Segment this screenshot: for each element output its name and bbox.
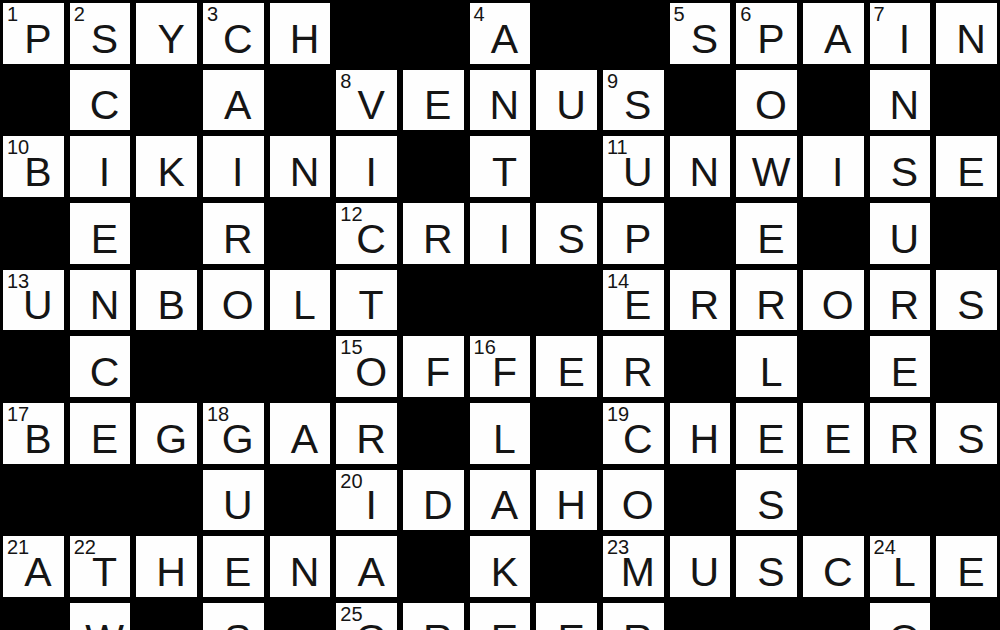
block-cell-r1c7 bbox=[400, 0, 467, 67]
cell-letter: O bbox=[203, 270, 264, 331]
cell-r5c5[interactable]: L bbox=[267, 267, 334, 334]
cell-r1c14[interactable]: 7I bbox=[867, 0, 934, 67]
cell-letter: U bbox=[603, 136, 664, 197]
cell-r1c13[interactable]: A bbox=[800, 0, 867, 67]
cell-r3c10[interactable]: 11U bbox=[600, 133, 667, 200]
cell-letter: N bbox=[470, 70, 531, 131]
cell-r9c14[interactable]: 24L bbox=[867, 533, 934, 600]
cell-r4c6[interactable]: 12C bbox=[333, 200, 400, 267]
block-cell-r10c15 bbox=[933, 600, 1000, 630]
cell-letter: E bbox=[736, 403, 797, 464]
cell-letter: A bbox=[470, 470, 531, 531]
cell-r7c11[interactable]: H bbox=[667, 400, 734, 467]
cell-letter: R bbox=[403, 203, 464, 264]
cell-r5c14[interactable]: R bbox=[867, 267, 934, 334]
cell-r9c10[interactable]: 23M bbox=[600, 533, 667, 600]
block-cell-r4c5 bbox=[267, 200, 334, 267]
cell-r7c14[interactable]: R bbox=[867, 400, 934, 467]
cell-r7c15[interactable]: S bbox=[933, 400, 1000, 467]
cell-r4c14[interactable]: U bbox=[867, 200, 934, 267]
block-cell-r4c15 bbox=[933, 200, 1000, 267]
cell-r2c9[interactable]: U bbox=[533, 67, 600, 134]
cell-r8c6[interactable]: 20I bbox=[333, 467, 400, 534]
cell-letter: R bbox=[603, 603, 664, 630]
cell-letter: C bbox=[603, 403, 664, 464]
cell-letter: E bbox=[70, 203, 131, 264]
cell-r4c7[interactable]: R bbox=[400, 200, 467, 267]
cell-r6c9[interactable]: E bbox=[533, 333, 600, 400]
block-cell-r5c7 bbox=[400, 267, 467, 334]
cell-r9c8[interactable]: K bbox=[467, 533, 534, 600]
cell-r4c9[interactable]: S bbox=[533, 200, 600, 267]
cell-r5c13[interactable]: O bbox=[800, 267, 867, 334]
cell-letter: P bbox=[603, 203, 664, 264]
block-cell-r8c13 bbox=[800, 467, 867, 534]
cell-r7c2[interactable]: E bbox=[67, 400, 134, 467]
block-cell-r4c1 bbox=[0, 200, 67, 267]
cell-r2c10[interactable]: 9S bbox=[600, 67, 667, 134]
cell-r1c4[interactable]: 3C bbox=[200, 0, 267, 67]
cell-letter: C bbox=[70, 336, 131, 397]
block-cell-r10c5 bbox=[267, 600, 334, 630]
cell-r3c8[interactable]: T bbox=[467, 133, 534, 200]
cell-letter: I bbox=[336, 470, 397, 531]
cell-r9c5[interactable]: N bbox=[267, 533, 334, 600]
cell-letter: L bbox=[736, 336, 797, 397]
cell-letter: C bbox=[70, 70, 131, 131]
cell-letter: V bbox=[336, 70, 397, 131]
cell-r6c7[interactable]: F bbox=[400, 333, 467, 400]
block-cell-r6c1 bbox=[0, 333, 67, 400]
cell-letter: R bbox=[870, 403, 931, 464]
cell-r4c12[interactable]: E bbox=[733, 200, 800, 267]
cell-r7c13[interactable]: E bbox=[800, 400, 867, 467]
block-cell-r6c3 bbox=[133, 333, 200, 400]
block-cell-r10c3 bbox=[133, 600, 200, 630]
cell-r2c8[interactable]: N bbox=[467, 67, 534, 134]
cell-r3c14[interactable]: S bbox=[867, 133, 934, 200]
block-cell-r2c11 bbox=[667, 67, 734, 134]
block-cell-r9c7 bbox=[400, 533, 467, 600]
block-cell-r2c15 bbox=[933, 67, 1000, 134]
cell-letter: U bbox=[870, 203, 931, 264]
cell-r3c3[interactable]: K bbox=[133, 133, 200, 200]
cell-letter: S bbox=[736, 536, 797, 597]
cell-r1c8[interactable]: 4A bbox=[467, 0, 534, 67]
cell-r10c9[interactable]: E bbox=[533, 600, 600, 630]
cell-r9c6[interactable]: A bbox=[333, 533, 400, 600]
block-cell-r10c12 bbox=[733, 600, 800, 630]
block-cell-r1c9 bbox=[533, 0, 600, 67]
cell-letter: E bbox=[936, 136, 997, 197]
cell-letter: R bbox=[736, 270, 797, 331]
cell-letter: E bbox=[603, 270, 664, 331]
block-cell-r6c11 bbox=[667, 333, 734, 400]
cell-letter: N bbox=[670, 136, 731, 197]
cell-letter: E bbox=[736, 203, 797, 264]
cell-letter: E bbox=[470, 603, 531, 630]
cell-letter: R bbox=[336, 403, 397, 464]
cell-letter: O bbox=[803, 270, 864, 331]
cell-r4c8[interactable]: I bbox=[467, 200, 534, 267]
cell-letter: C bbox=[803, 536, 864, 597]
cell-r3c12[interactable]: W bbox=[733, 133, 800, 200]
cell-letter: B bbox=[3, 136, 64, 197]
cell-letter: G bbox=[203, 403, 264, 464]
cell-r10c2[interactable]: W bbox=[67, 600, 134, 630]
cell-letter: S bbox=[203, 603, 264, 630]
cell-r7c12[interactable]: E bbox=[733, 400, 800, 467]
cell-r2c6[interactable]: 8V bbox=[333, 67, 400, 134]
cell-letter: R bbox=[203, 203, 264, 264]
cell-r1c5[interactable]: H bbox=[267, 0, 334, 67]
cell-r5c2[interactable]: N bbox=[67, 267, 134, 334]
block-cell-r3c9 bbox=[533, 133, 600, 200]
cell-letter: S bbox=[603, 70, 664, 131]
cell-r6c6[interactable]: 15O bbox=[333, 333, 400, 400]
cell-letter: E bbox=[536, 336, 597, 397]
cell-letter: C bbox=[203, 3, 264, 64]
cell-r4c2[interactable]: E bbox=[67, 200, 134, 267]
cell-letter: U bbox=[203, 470, 264, 531]
cell-r5c4[interactable]: O bbox=[200, 267, 267, 334]
cell-letter: N bbox=[270, 136, 331, 197]
cell-r3c5[interactable]: N bbox=[267, 133, 334, 200]
cell-letter: S bbox=[936, 270, 997, 331]
cell-letter: I bbox=[336, 136, 397, 197]
cell-r9c13[interactable]: C bbox=[800, 533, 867, 600]
cell-letter: U bbox=[3, 270, 64, 331]
cell-r4c4[interactable]: R bbox=[200, 200, 267, 267]
cell-letter: R bbox=[403, 603, 464, 630]
cell-r10c14[interactable]: O bbox=[867, 600, 934, 630]
cell-r8c10[interactable]: O bbox=[600, 467, 667, 534]
crossword-board: 1P2SY3CH4A5S6PA7INCA8VENU9SON10BIKINIT11… bbox=[0, 0, 1000, 630]
cell-r5c3[interactable]: B bbox=[133, 267, 200, 334]
cell-r8c8[interactable]: A bbox=[467, 467, 534, 534]
cell-r1c11[interactable]: 5S bbox=[667, 0, 734, 67]
cell-letter: H bbox=[136, 536, 197, 597]
cell-r4c10[interactable]: P bbox=[600, 200, 667, 267]
cell-r5c1[interactable]: 13U bbox=[0, 267, 67, 334]
cell-letter: D bbox=[403, 470, 464, 531]
cell-letter: U bbox=[670, 536, 731, 597]
cell-letter: N bbox=[936, 3, 997, 64]
block-cell-r1c6 bbox=[333, 0, 400, 67]
cell-r3c15[interactable]: E bbox=[933, 133, 1000, 200]
cell-letter: P bbox=[736, 3, 797, 64]
cell-letter: U bbox=[536, 70, 597, 131]
cell-r3c2[interactable]: I bbox=[67, 133, 134, 200]
cell-r9c11[interactable]: U bbox=[667, 533, 734, 600]
block-cell-r8c2 bbox=[67, 467, 134, 534]
cell-r5c10[interactable]: 14E bbox=[600, 267, 667, 334]
cell-r6c2[interactable]: C bbox=[67, 333, 134, 400]
block-cell-r6c13 bbox=[800, 333, 867, 400]
cell-r7c8[interactable]: L bbox=[467, 400, 534, 467]
cell-letter: N bbox=[70, 270, 131, 331]
cell-r9c12[interactable]: S bbox=[733, 533, 800, 600]
cell-letter: N bbox=[270, 536, 331, 597]
cell-r9c4[interactable]: E bbox=[200, 533, 267, 600]
block-cell-r6c5 bbox=[267, 333, 334, 400]
cell-letter: R bbox=[870, 270, 931, 331]
cell-r6c8[interactable]: 16F bbox=[467, 333, 534, 400]
block-cell-r6c4 bbox=[200, 333, 267, 400]
block-cell-r9c9 bbox=[533, 533, 600, 600]
block-cell-r8c14 bbox=[867, 467, 934, 534]
cell-r10c7[interactable]: R bbox=[400, 600, 467, 630]
cell-r3c6[interactable]: I bbox=[333, 133, 400, 200]
block-cell-r5c9 bbox=[533, 267, 600, 334]
cell-letter: H bbox=[536, 470, 597, 531]
cell-letter: L bbox=[270, 270, 331, 331]
cell-r1c15[interactable]: N bbox=[933, 0, 1000, 67]
cell-letter: K bbox=[470, 536, 531, 597]
cell-letter: E bbox=[936, 536, 997, 597]
cell-r10c10[interactable]: R bbox=[600, 600, 667, 630]
block-cell-r2c13 bbox=[800, 67, 867, 134]
block-cell-r8c3 bbox=[133, 467, 200, 534]
cell-letter: H bbox=[270, 3, 331, 64]
cell-letter: H bbox=[670, 403, 731, 464]
cell-r5c12[interactable]: R bbox=[733, 267, 800, 334]
cell-letter: F bbox=[403, 336, 464, 397]
cell-letter: S bbox=[70, 3, 131, 64]
cell-letter: B bbox=[3, 403, 64, 464]
cell-r7c4[interactable]: 18G bbox=[200, 400, 267, 467]
cell-r8c4[interactable]: U bbox=[200, 467, 267, 534]
cell-letter: I bbox=[70, 136, 131, 197]
block-cell-r8c5 bbox=[267, 467, 334, 534]
cell-letter: Y bbox=[136, 3, 197, 64]
cell-r7c1[interactable]: 17B bbox=[0, 400, 67, 467]
cell-r2c14[interactable]: N bbox=[867, 67, 934, 134]
cell-r7c3[interactable]: G bbox=[133, 400, 200, 467]
cell-letter: A bbox=[203, 70, 264, 131]
block-cell-r8c1 bbox=[0, 467, 67, 534]
cell-letter: O bbox=[336, 336, 397, 397]
cell-r9c15[interactable]: E bbox=[933, 533, 1000, 600]
cell-r7c5[interactable]: A bbox=[267, 400, 334, 467]
block-cell-r10c11 bbox=[667, 600, 734, 630]
block-cell-r10c1 bbox=[0, 600, 67, 630]
cell-r5c15[interactable]: S bbox=[933, 267, 1000, 334]
cell-letter: E bbox=[536, 603, 597, 630]
cell-r10c6[interactable]: 25G bbox=[333, 600, 400, 630]
cell-r10c8[interactable]: E bbox=[467, 600, 534, 630]
cell-letter: S bbox=[936, 403, 997, 464]
block-cell-r10c13 bbox=[800, 600, 867, 630]
cell-letter: C bbox=[336, 203, 397, 264]
cell-letter: N bbox=[870, 70, 931, 131]
cell-letter: P bbox=[3, 3, 64, 64]
block-cell-r7c9 bbox=[533, 400, 600, 467]
cell-r9c1[interactable]: 21A bbox=[0, 533, 67, 600]
cell-letter: E bbox=[870, 336, 931, 397]
cell-letter: K bbox=[136, 136, 197, 197]
cell-letter: T bbox=[470, 136, 531, 197]
cell-letter: S bbox=[736, 470, 797, 531]
cell-letter: I bbox=[203, 136, 264, 197]
cell-letter: E bbox=[70, 403, 131, 464]
cell-letter: T bbox=[336, 270, 397, 331]
block-cell-r4c3 bbox=[133, 200, 200, 267]
cell-letter: I bbox=[803, 136, 864, 197]
cell-r1c1[interactable]: 1P bbox=[0, 0, 67, 67]
cell-r9c2[interactable]: 22T bbox=[67, 533, 134, 600]
cell-letter: O bbox=[870, 603, 931, 630]
cell-letter: O bbox=[736, 70, 797, 131]
cell-letter: E bbox=[203, 536, 264, 597]
cell-r1c2[interactable]: 2S bbox=[67, 0, 134, 67]
cell-r8c12[interactable]: S bbox=[733, 467, 800, 534]
cell-r7c10[interactable]: 19C bbox=[600, 400, 667, 467]
cell-letter: A bbox=[270, 403, 331, 464]
cell-r3c4[interactable]: I bbox=[200, 133, 267, 200]
cell-letter: E bbox=[803, 403, 864, 464]
block-cell-r6c15 bbox=[933, 333, 1000, 400]
block-cell-r2c1 bbox=[0, 67, 67, 134]
cell-r8c9[interactable]: H bbox=[533, 467, 600, 534]
cell-r3c11[interactable]: N bbox=[667, 133, 734, 200]
cell-r5c6[interactable]: T bbox=[333, 267, 400, 334]
block-cell-r4c13 bbox=[800, 200, 867, 267]
crossword-grid: 1P2SY3CH4A5S6PA7INCA8VENU9SON10BIKINIT11… bbox=[0, 0, 1000, 630]
cell-letter: M bbox=[603, 536, 664, 597]
block-cell-r4c11 bbox=[667, 200, 734, 267]
block-cell-r8c11 bbox=[667, 467, 734, 534]
block-cell-r7c7 bbox=[400, 400, 467, 467]
block-cell-r2c5 bbox=[267, 67, 334, 134]
cell-letter: A bbox=[470, 3, 531, 64]
cell-letter: S bbox=[670, 3, 731, 64]
cell-r8c7[interactable]: D bbox=[400, 467, 467, 534]
cell-letter: R bbox=[670, 270, 731, 331]
cell-letter: A bbox=[3, 536, 64, 597]
cell-r2c4[interactable]: A bbox=[200, 67, 267, 134]
cell-r10c4[interactable]: S bbox=[200, 600, 267, 630]
cell-r9c3[interactable]: H bbox=[133, 533, 200, 600]
cell-letter: A bbox=[336, 536, 397, 597]
cell-letter: L bbox=[470, 403, 531, 464]
cell-r6c10[interactable]: R bbox=[600, 333, 667, 400]
block-cell-r1c10 bbox=[600, 0, 667, 67]
cell-letter: T bbox=[70, 536, 131, 597]
cell-r6c14[interactable]: E bbox=[867, 333, 934, 400]
cell-letter: O bbox=[603, 470, 664, 531]
cell-r7c6[interactable]: R bbox=[333, 400, 400, 467]
cell-letter: G bbox=[336, 603, 397, 630]
block-cell-r8c15 bbox=[933, 467, 1000, 534]
block-cell-r5c8 bbox=[467, 267, 534, 334]
cell-letter: S bbox=[536, 203, 597, 264]
cell-letter: R bbox=[603, 336, 664, 397]
cell-r3c13[interactable]: I bbox=[800, 133, 867, 200]
cell-r5c11[interactable]: R bbox=[667, 267, 734, 334]
cell-letter: G bbox=[136, 403, 197, 464]
cell-r6c12[interactable]: L bbox=[733, 333, 800, 400]
cell-letter: B bbox=[136, 270, 197, 331]
cell-r1c12[interactable]: 6P bbox=[733, 0, 800, 67]
cell-letter: S bbox=[870, 136, 931, 197]
cell-letter: F bbox=[470, 336, 531, 397]
cell-r2c7[interactable]: E bbox=[400, 67, 467, 134]
block-cell-r3c7 bbox=[400, 133, 467, 200]
cell-letter: E bbox=[403, 70, 464, 131]
cell-r3c1[interactable]: 10B bbox=[0, 133, 67, 200]
cell-letter: L bbox=[870, 536, 931, 597]
cell-letter: W bbox=[736, 136, 797, 197]
cell-r2c2[interactable]: C bbox=[67, 67, 134, 134]
cell-letter: I bbox=[870, 3, 931, 64]
cell-r1c3[interactable]: Y bbox=[133, 0, 200, 67]
cell-letter: I bbox=[470, 203, 531, 264]
block-cell-r2c3 bbox=[133, 67, 200, 134]
cell-letter: A bbox=[803, 3, 864, 64]
cell-r2c12[interactable]: O bbox=[733, 67, 800, 134]
cell-letter: W bbox=[70, 603, 131, 630]
